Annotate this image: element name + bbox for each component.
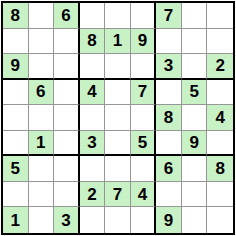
cell-r8c8[interactable] xyxy=(182,182,208,208)
cell-r8c3[interactable] xyxy=(54,182,80,208)
cell-r5c7[interactable]: 8 xyxy=(156,105,182,131)
cell-r9c7[interactable]: 9 xyxy=(156,207,182,233)
cell-r1c6[interactable] xyxy=(131,3,157,29)
cell-r7c4[interactable] xyxy=(80,156,106,182)
cell-r7c9[interactable]: 8 xyxy=(207,156,233,182)
cell-r4c4[interactable]: 4 xyxy=(80,80,106,106)
cell-r5c6[interactable] xyxy=(131,105,157,131)
cell-r5c8[interactable] xyxy=(182,105,208,131)
cell-r4c3[interactable] xyxy=(54,80,80,106)
cell-r2c8[interactable] xyxy=(182,29,208,55)
cell-r4c7[interactable] xyxy=(156,80,182,106)
cell-r6c3[interactable] xyxy=(54,131,80,157)
cell-r9c3[interactable]: 3 xyxy=(54,207,80,233)
cell-r8c4[interactable]: 2 xyxy=(80,182,106,208)
cell-r1c1[interactable]: 8 xyxy=(3,3,29,29)
cell-r9c1[interactable]: 1 xyxy=(3,207,29,233)
cell-r3c1[interactable]: 9 xyxy=(3,54,29,80)
cell-r1c9[interactable] xyxy=(207,3,233,29)
cell-r5c3[interactable] xyxy=(54,105,80,131)
page-background: 8678199326475841359568274139 xyxy=(0,0,236,236)
cell-r6c9[interactable] xyxy=(207,131,233,157)
cell-r3c4[interactable] xyxy=(80,54,106,80)
cell-r1c7[interactable]: 7 xyxy=(156,3,182,29)
cell-r6c6[interactable]: 5 xyxy=(131,131,157,157)
cell-r1c5[interactable] xyxy=(105,3,131,29)
cell-r1c4[interactable] xyxy=(80,3,106,29)
cell-r7c5[interactable] xyxy=(105,156,131,182)
cell-r5c4[interactable] xyxy=(80,105,106,131)
cell-r6c7[interactable] xyxy=(156,131,182,157)
cell-r4c2[interactable]: 6 xyxy=(29,80,55,106)
cell-r9c2[interactable] xyxy=(29,207,55,233)
cell-r7c2[interactable] xyxy=(29,156,55,182)
cell-r9c9[interactable] xyxy=(207,207,233,233)
cell-r5c1[interactable] xyxy=(3,105,29,131)
cell-r8c1[interactable] xyxy=(3,182,29,208)
cell-r3c7[interactable]: 3 xyxy=(156,54,182,80)
cell-r6c4[interactable]: 3 xyxy=(80,131,106,157)
cell-r7c1[interactable]: 5 xyxy=(3,156,29,182)
cell-r9c4[interactable] xyxy=(80,207,106,233)
cell-r9c8[interactable] xyxy=(182,207,208,233)
cell-r2c2[interactable] xyxy=(29,29,55,55)
cell-r5c2[interactable] xyxy=(29,105,55,131)
cell-r3c2[interactable] xyxy=(29,54,55,80)
cell-r8c7[interactable] xyxy=(156,182,182,208)
cell-r7c8[interactable] xyxy=(182,156,208,182)
cell-r9c5[interactable] xyxy=(105,207,131,233)
cell-r6c8[interactable]: 9 xyxy=(182,131,208,157)
cell-r2c4[interactable]: 8 xyxy=(80,29,106,55)
cell-r7c6[interactable] xyxy=(131,156,157,182)
sudoku-board: 8678199326475841359568274139 xyxy=(1,1,235,235)
cell-r1c8[interactable] xyxy=(182,3,208,29)
cell-r6c5[interactable] xyxy=(105,131,131,157)
cell-r5c5[interactable] xyxy=(105,105,131,131)
cell-r3c3[interactable] xyxy=(54,54,80,80)
cell-r3c6[interactable] xyxy=(131,54,157,80)
cell-r8c6[interactable]: 4 xyxy=(131,182,157,208)
cell-r4c9[interactable] xyxy=(207,80,233,106)
cell-r2c7[interactable] xyxy=(156,29,182,55)
cell-r1c2[interactable] xyxy=(29,3,55,29)
cell-r2c1[interactable] xyxy=(3,29,29,55)
cell-r6c2[interactable]: 1 xyxy=(29,131,55,157)
cell-r5c9[interactable]: 4 xyxy=(207,105,233,131)
cell-r4c5[interactable] xyxy=(105,80,131,106)
cell-r1c3[interactable]: 6 xyxy=(54,3,80,29)
cell-r4c6[interactable]: 7 xyxy=(131,80,157,106)
cell-r2c9[interactable] xyxy=(207,29,233,55)
cell-r2c6[interactable]: 9 xyxy=(131,29,157,55)
cell-r3c9[interactable]: 2 xyxy=(207,54,233,80)
cell-r3c8[interactable] xyxy=(182,54,208,80)
cell-r3c5[interactable] xyxy=(105,54,131,80)
cell-r8c5[interactable]: 7 xyxy=(105,182,131,208)
cell-r2c3[interactable] xyxy=(54,29,80,55)
cell-r6c1[interactable] xyxy=(3,131,29,157)
cell-r2c5[interactable]: 1 xyxy=(105,29,131,55)
cell-r7c3[interactable] xyxy=(54,156,80,182)
cell-r4c1[interactable] xyxy=(3,80,29,106)
cell-r8c9[interactable] xyxy=(207,182,233,208)
cell-r4c8[interactable]: 5 xyxy=(182,80,208,106)
cell-r8c2[interactable] xyxy=(29,182,55,208)
cell-r9c6[interactable] xyxy=(131,207,157,233)
cell-r7c7[interactable]: 6 xyxy=(156,156,182,182)
